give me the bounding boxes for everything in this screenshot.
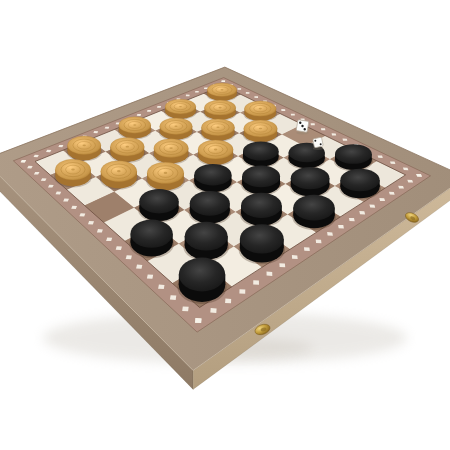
checker-dark[interactable] xyxy=(240,193,283,228)
border-dot xyxy=(182,306,189,311)
border-dot xyxy=(195,318,202,323)
checker-dark[interactable] xyxy=(177,258,226,304)
border-dot xyxy=(378,155,383,158)
border-dot xyxy=(157,106,161,108)
checker-dark[interactable] xyxy=(239,224,285,264)
checker-dark[interactable] xyxy=(292,195,336,230)
border-dot xyxy=(136,265,142,269)
border-dot xyxy=(338,225,344,229)
border-dot xyxy=(369,205,375,208)
checker-light[interactable] xyxy=(164,99,197,119)
border-dot xyxy=(389,192,395,195)
border-dot xyxy=(327,232,333,236)
border-dot xyxy=(126,255,132,259)
checker-light[interactable] xyxy=(100,161,138,190)
checkers-board-photo xyxy=(0,0,450,450)
checker-light[interactable] xyxy=(204,100,237,121)
border-dot xyxy=(186,95,190,97)
border-dot xyxy=(222,80,226,82)
border-dot xyxy=(147,274,153,278)
checker-light[interactable] xyxy=(197,140,234,166)
checker-light[interactable] xyxy=(118,117,152,140)
checker-light[interactable] xyxy=(206,83,237,101)
border-dot xyxy=(279,263,285,267)
border-dot xyxy=(238,88,242,90)
border-dot xyxy=(291,114,295,116)
checker-dark[interactable] xyxy=(339,169,381,200)
checker-dark[interactable] xyxy=(129,220,174,259)
die-icon[interactable] xyxy=(296,120,309,133)
checker-light[interactable] xyxy=(201,119,236,142)
border-dot xyxy=(137,114,141,116)
border-dot xyxy=(158,285,164,290)
checker-light[interactable] xyxy=(159,118,193,141)
checker-dark[interactable] xyxy=(183,222,229,261)
border-dot xyxy=(225,299,231,304)
checker-dark[interactable] xyxy=(242,141,280,167)
border-dot xyxy=(246,92,250,94)
border-dot xyxy=(267,272,273,276)
border-dot xyxy=(321,128,326,130)
checker-light[interactable] xyxy=(243,120,278,143)
border-dot xyxy=(116,246,122,250)
border-dot xyxy=(170,295,176,300)
border-dot xyxy=(239,289,245,294)
border-dot xyxy=(316,240,322,244)
checker-dark[interactable] xyxy=(189,191,231,225)
checker-dark[interactable] xyxy=(290,167,331,197)
border-dot xyxy=(195,91,199,93)
border-dot xyxy=(147,110,151,112)
border-dot xyxy=(254,96,258,98)
checker-light[interactable] xyxy=(54,159,92,187)
checker-light[interactable] xyxy=(67,136,102,161)
checker-light[interactable] xyxy=(109,137,145,163)
checker-dark[interactable] xyxy=(334,144,373,171)
border-dot xyxy=(292,255,298,259)
border-dot xyxy=(403,168,409,171)
border-dot xyxy=(311,123,315,125)
checker-dark[interactable] xyxy=(193,164,233,194)
border-dot xyxy=(349,218,355,221)
border-dot xyxy=(343,139,348,141)
checker-light[interactable] xyxy=(153,139,189,165)
border-dot xyxy=(281,109,285,111)
checker-dark[interactable] xyxy=(138,189,180,222)
border-dot xyxy=(359,211,365,214)
border-dot xyxy=(379,198,385,201)
die-icon[interactable] xyxy=(313,137,324,148)
border-dot xyxy=(210,308,216,313)
border-dot xyxy=(332,133,337,135)
board-scene xyxy=(0,0,450,450)
border-dot xyxy=(390,161,395,164)
checker-light[interactable] xyxy=(244,101,277,122)
checker-dark[interactable] xyxy=(241,166,281,196)
border-dot xyxy=(253,280,259,284)
checker-light[interactable] xyxy=(146,162,185,191)
border-dot xyxy=(304,247,310,251)
